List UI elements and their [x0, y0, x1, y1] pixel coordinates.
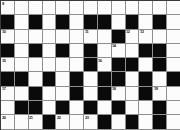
white-cell-r9-c11[interactable] [139, 115, 152, 128]
white-cell-r4-c8[interactable] [98, 44, 111, 57]
black-cell-r4-c11 [139, 44, 152, 57]
white-cell-r9-c5[interactable]: 22 [56, 115, 69, 128]
white-cell-r2-c6[interactable] [70, 15, 83, 28]
white-cell-r1-c5[interactable] [56, 1, 69, 14]
white-cell-r1-c1[interactable]: 9 [1, 1, 14, 14]
clue-number-17: 17 [2, 86, 6, 91]
white-cell-r5-c8[interactable]: 16 [98, 58, 111, 71]
black-cell-r9-c12 [153, 115, 166, 128]
black-cell-r7-c6 [70, 87, 83, 100]
black-cell-r4-c12 [153, 44, 166, 57]
white-cell-r6-c10[interactable] [126, 72, 139, 85]
black-cell-r2-c12 [153, 15, 166, 28]
white-cell-r9-c3[interactable]: 21 [29, 115, 42, 128]
black-cell-r8-c5 [56, 101, 69, 114]
white-cell-r5-c3[interactable] [29, 58, 42, 71]
black-cell-r2-c5 [56, 15, 69, 28]
white-cell-r8-c1[interactable] [1, 101, 14, 114]
white-cell-r6-c3[interactable] [29, 72, 42, 85]
white-cell-r1-c8[interactable] [98, 1, 111, 14]
white-cell-r2-c13[interactable] [167, 15, 180, 28]
white-cell-r9-c1[interactable]: 20 [1, 115, 14, 128]
clue-number-18: 18 [112, 86, 116, 91]
white-cell-r3-c5[interactable] [56, 30, 69, 43]
black-cell-r4-c7 [84, 44, 97, 57]
clue-number-23: 23 [85, 115, 89, 120]
black-cell-r2-c1 [1, 15, 14, 28]
white-cell-r3-c1[interactable]: 10 [1, 30, 14, 43]
black-cell-r6-c1 [1, 72, 14, 85]
clue-number-22: 22 [57, 115, 61, 120]
white-cell-r3-c6[interactable] [70, 30, 83, 43]
white-cell-r7-c10[interactable] [126, 87, 139, 100]
white-cell-r9-c7[interactable]: 23 [84, 115, 97, 128]
clue-number-14: 14 [112, 43, 116, 48]
white-cell-r2-c4[interactable] [43, 15, 56, 28]
white-cell-r6-c12[interactable] [153, 72, 166, 85]
black-cell-r9-c8 [98, 115, 111, 128]
white-cell-r4-c10[interactable] [126, 44, 139, 57]
black-cell-r4-c5 [56, 44, 69, 57]
white-cell-r5-c2[interactable] [15, 58, 28, 71]
white-cell-r6-c5[interactable] [56, 72, 69, 85]
black-cell-r6-c2 [15, 72, 28, 85]
black-cell-r7-c8 [98, 87, 111, 100]
white-cell-r9-c2[interactable] [15, 115, 28, 128]
black-cell-r4-c1 [1, 44, 14, 57]
white-cell-r3-c4[interactable] [43, 30, 56, 43]
black-cell-r4-c3 [29, 44, 42, 57]
white-cell-r8-c13[interactable] [167, 101, 180, 114]
black-cell-r6-c4 [43, 72, 56, 85]
white-cell-r7-c7[interactable] [84, 87, 97, 100]
clue-number-21: 21 [29, 115, 33, 120]
white-cell-r5-c5[interactable] [56, 58, 69, 71]
white-cell-r4-c4[interactable] [43, 44, 56, 57]
black-cell-r8-c3 [29, 101, 42, 114]
white-cell-r1-c9[interactable] [112, 1, 125, 14]
black-cell-r7-c11 [139, 87, 152, 100]
white-cell-r3-c11[interactable]: 13 [139, 30, 152, 43]
white-cell-r3-c12[interactable] [153, 30, 166, 43]
white-cell-r8-c11[interactable] [139, 101, 152, 114]
black-cell-r8-c9 [112, 101, 125, 114]
white-cell-r5-c13[interactable] [167, 58, 180, 71]
white-cell-r3-c2[interactable] [15, 30, 28, 43]
white-cell-r2-c2[interactable] [15, 15, 28, 28]
clue-number-16: 16 [98, 58, 102, 63]
white-cell-r7-c1[interactable]: 17 [1, 87, 14, 100]
black-cell-r6-c11 [139, 72, 152, 85]
white-cell-r5-c1[interactable]: 15 [1, 58, 14, 71]
white-cell-r7-c2[interactable] [15, 87, 28, 100]
white-cell-r9-c13[interactable] [167, 115, 180, 128]
white-cell-r1-c2[interactable] [15, 1, 28, 14]
crossword-grid: 9101112131415161718192021222324 [0, 0, 180, 130]
white-cell-r8-c4[interactable] [43, 101, 56, 114]
black-cell-r2-c8 [98, 15, 111, 28]
crossword-screenshot: 9101112131415161718192021222324 [0, 0, 180, 130]
white-cell-r3-c13[interactable] [167, 30, 180, 43]
clue-number-11: 11 [85, 29, 88, 34]
black-cell-r8-c12 [153, 101, 166, 114]
white-cell-r3-c10[interactable]: 12 [126, 30, 139, 43]
black-cell-r9-c10 [126, 115, 139, 128]
black-cell-r5-c9 [112, 58, 125, 71]
white-cell-r5-c6[interactable] [70, 58, 83, 71]
black-cell-r2-c3 [29, 15, 42, 28]
white-cell-r1-c7[interactable] [84, 1, 97, 14]
white-cell-r5-c4[interactable] [43, 58, 56, 71]
clue-number-12: 12 [126, 29, 130, 34]
black-cell-r5-c10 [126, 58, 139, 71]
white-cell-r8-c10[interactable] [126, 101, 139, 114]
white-cell-r1-c3[interactable] [29, 1, 42, 14]
clue-number-10: 10 [2, 29, 6, 34]
white-cell-r4-c6[interactable] [70, 44, 83, 57]
white-cell-r7-c13[interactable] [167, 87, 180, 100]
black-cell-r6-c13 [167, 72, 180, 85]
white-cell-r7-c12[interactable]: 19 [153, 87, 166, 100]
white-cell-r3-c3[interactable] [29, 30, 42, 43]
white-cell-r4-c9[interactable]: 14 [112, 44, 125, 57]
clue-number-19: 19 [154, 86, 158, 91]
black-cell-r5-c12 [153, 58, 166, 71]
white-cell-r1-c12[interactable] [153, 1, 166, 14]
white-cell-r1-c6[interactable] [70, 1, 83, 14]
clue-number-9: 9 [2, 1, 4, 6]
black-cell-r7-c3 [29, 87, 42, 100]
black-cell-r8-c2 [15, 101, 28, 114]
black-cell-r8-c7 [84, 101, 97, 114]
clue-number-13: 13 [140, 29, 144, 34]
white-cell-r1-c10[interactable] [126, 1, 139, 14]
white-cell-r3-c8[interactable] [98, 30, 111, 43]
white-cell-r7-c4[interactable] [43, 87, 56, 100]
white-cell-r1-c11[interactable] [139, 1, 152, 14]
white-cell-r4-c13[interactable] [167, 44, 180, 57]
white-cell-r5-c11[interactable] [139, 58, 152, 71]
white-cell-r8-c6[interactable] [70, 101, 83, 114]
black-cell-r2-c10 [126, 15, 139, 28]
white-cell-r8-c8[interactable] [98, 101, 111, 114]
black-cell-r9-c4 [43, 115, 56, 128]
white-cell-r4-c2[interactable] [15, 44, 28, 57]
black-cell-r2-c7 [84, 15, 97, 28]
black-cell-r6-c8 [98, 72, 111, 85]
white-cell-r9-c6[interactable] [70, 115, 83, 128]
black-cell-r6-c9 [112, 72, 125, 85]
black-cell-r6-c6 [70, 72, 83, 85]
white-cell-r1-c4[interactable] [43, 1, 56, 14]
clue-number-24: 24 [2, 129, 6, 130]
black-cell-r3-c9 [112, 30, 125, 43]
white-cell-r7-c9[interactable]: 18 [112, 87, 125, 100]
white-cell-r6-c7[interactable] [84, 72, 97, 85]
white-cell-r2-c9[interactable] [112, 15, 125, 28]
white-cell-r7-c5[interactable] [56, 87, 69, 100]
white-cell-r3-c7[interactable]: 11 [84, 30, 97, 43]
clue-number-15: 15 [2, 58, 6, 63]
white-cell-r9-c9[interactable] [112, 115, 125, 128]
clue-number-20: 20 [2, 115, 6, 120]
white-cell-r2-c11[interactable] [139, 15, 152, 28]
black-cell-r5-c7 [84, 58, 97, 71]
white-cell-r1-c13[interactable] [167, 1, 180, 14]
